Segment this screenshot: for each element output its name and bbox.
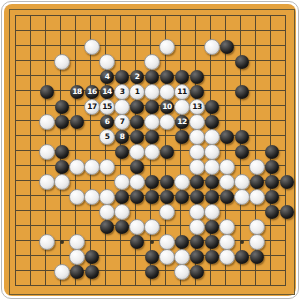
stone-white: [69, 234, 85, 250]
stone-white: [39, 144, 55, 160]
stone-white: [129, 219, 145, 235]
stone-white: [144, 219, 160, 235]
stone-black-move-6: 6: [100, 115, 114, 129]
stone-black: [145, 100, 159, 114]
stone-black: [55, 145, 69, 159]
stone-black-move-8: 8: [115, 130, 129, 144]
stone-black: [145, 250, 159, 264]
stone-white: [159, 234, 175, 250]
goban-frame: 42181614311117151013671258: [1, 1, 299, 299]
stone-white: [129, 174, 145, 190]
stone-white: [219, 159, 235, 175]
stone-black: [85, 250, 99, 264]
stone-white: [204, 129, 220, 145]
stone-black: [190, 250, 204, 264]
stone-black: [115, 190, 129, 204]
stone-black: [190, 175, 204, 189]
stone-black-move-10: 10: [160, 100, 174, 114]
stone-black: [85, 265, 99, 279]
stone-black: [160, 70, 174, 84]
move-number-label: 2: [135, 73, 140, 81]
move-number-label: 3: [120, 88, 125, 96]
stone-white: [114, 99, 130, 115]
move-number-label: 10: [162, 103, 171, 111]
stone-white: [204, 144, 220, 160]
go-board[interactable]: 42181614311117151013671258: [4, 4, 296, 296]
move-number-label: 1: [135, 88, 140, 96]
stone-white: [69, 189, 85, 205]
move-number-label: 15: [102, 103, 111, 111]
stone-white: [219, 249, 235, 265]
stone-black: [205, 235, 219, 249]
stone-white: [189, 144, 205, 160]
stone-white: [159, 114, 175, 130]
stone-white: [189, 159, 205, 175]
stone-white: [219, 234, 235, 250]
stone-black: [160, 145, 174, 159]
move-number-label: 16: [87, 88, 96, 96]
stone-white-move-15: 15: [99, 99, 115, 115]
stone-white: [99, 204, 115, 220]
stone-white-move-17: 17: [84, 99, 100, 115]
stone-white: [204, 159, 220, 175]
stone-white: [159, 84, 175, 100]
stone-white: [159, 249, 175, 265]
stone-black-move-18: 18: [70, 85, 84, 99]
stone-white: [129, 144, 145, 160]
move-number-label: 4: [105, 73, 110, 81]
star-point: [150, 240, 154, 244]
stone-black-move-2: 2: [130, 70, 144, 84]
stone-white: [99, 189, 115, 205]
stone-black: [130, 100, 144, 114]
stone-white: [144, 84, 160, 100]
stone-white: [174, 99, 190, 115]
stone-black: [265, 205, 279, 219]
stone-white-move-7: 7: [114, 114, 130, 130]
stone-white: [204, 39, 220, 55]
stone-black: [250, 175, 264, 189]
stone-black: [145, 175, 159, 189]
stone-white: [159, 39, 175, 55]
stone-black: [175, 235, 189, 249]
stone-black: [190, 70, 204, 84]
move-number-label: 11: [177, 88, 186, 96]
stone-black: [130, 235, 144, 249]
stone-black: [220, 40, 234, 54]
move-number-label: 18: [72, 88, 81, 96]
stone-black: [70, 115, 84, 129]
stone-black: [115, 70, 129, 84]
stone-black: [235, 55, 249, 69]
stone-black-move-4: 4: [100, 70, 114, 84]
stone-black: [115, 145, 129, 159]
stone-white: [189, 129, 205, 145]
stone-black: [130, 130, 144, 144]
stone-black: [160, 175, 174, 189]
stone-white-move-1: 1: [129, 84, 145, 100]
stone-white: [84, 189, 100, 205]
stone-black: [280, 205, 294, 219]
stone-black: [265, 160, 279, 174]
screenshot-stage: 42181614311117151013671258: [0, 0, 300, 300]
stone-white: [159, 204, 175, 220]
stone-white: [144, 54, 160, 70]
stone-white: [39, 234, 55, 250]
stone-white: [234, 174, 250, 190]
stone-white: [219, 174, 235, 190]
move-number-label: 14: [102, 88, 111, 96]
stone-black: [235, 130, 249, 144]
stone-black: [235, 250, 249, 264]
stone-white: [174, 264, 190, 280]
stone-white: [249, 159, 265, 175]
stone-white: [54, 54, 70, 70]
stone-white: [249, 219, 265, 235]
stone-black: [175, 190, 189, 204]
stone-white-move-5: 5: [99, 129, 115, 145]
stone-white: [234, 189, 250, 205]
stone-black: [55, 160, 69, 174]
stone-black: [205, 190, 219, 204]
stone-white-move-3: 3: [114, 84, 130, 100]
stone-black: [280, 175, 294, 189]
stone-white: [84, 39, 100, 55]
stone-black: [205, 175, 219, 189]
stone-black: [205, 115, 219, 129]
stone-white: [189, 219, 205, 235]
stone-white: [174, 174, 190, 190]
stone-white: [144, 114, 160, 130]
stone-black: [265, 190, 279, 204]
stone-black: [130, 190, 144, 204]
stone-white-move-13: 13: [189, 99, 205, 115]
stone-black: [145, 130, 159, 144]
stone-black: [250, 250, 264, 264]
stone-black: [160, 190, 174, 204]
move-number-label: 7: [120, 118, 125, 126]
stone-black: [55, 115, 69, 129]
stone-black: [190, 235, 204, 249]
stone-black: [100, 220, 114, 234]
stone-black: [145, 265, 159, 279]
stone-white: [174, 249, 190, 265]
stone-black: [145, 70, 159, 84]
stone-white: [114, 204, 130, 220]
stone-black: [190, 85, 204, 99]
stone-black: [175, 70, 189, 84]
stone-black-move-14: 14: [100, 85, 114, 99]
stone-white: [39, 114, 55, 130]
stone-black: [205, 250, 219, 264]
stone-white: [249, 234, 265, 250]
stone-black: [205, 220, 219, 234]
stone-white: [189, 114, 205, 130]
stone-black: [220, 190, 234, 204]
move-number-label: 5: [105, 133, 110, 141]
stone-black: [235, 85, 249, 99]
stone-black: [55, 100, 69, 114]
stone-black: [265, 175, 279, 189]
stone-white: [39, 174, 55, 190]
move-number-label: 17: [87, 103, 96, 111]
stone-white: [99, 159, 115, 175]
stone-black: [190, 190, 204, 204]
stone-white-move-11: 11: [174, 84, 190, 100]
stone-black: [205, 100, 219, 114]
stone-white: [144, 144, 160, 160]
move-number-label: 6: [105, 118, 110, 126]
stone-white: [219, 219, 235, 235]
stone-white: [54, 174, 70, 190]
stone-black: [235, 145, 249, 159]
stone-black-move-12: 12: [175, 115, 189, 129]
stone-white: [204, 204, 220, 220]
stone-black: [265, 145, 279, 159]
star-point: [240, 240, 244, 244]
stone-black: [220, 130, 234, 144]
move-number-label: 12: [177, 118, 186, 126]
stone-black: [40, 85, 54, 99]
stone-white: [69, 249, 85, 265]
stone-black: [130, 160, 144, 174]
move-number-label: 13: [192, 103, 201, 111]
stone-black: [130, 115, 144, 129]
stone-white: [99, 54, 115, 70]
stone-black: [145, 190, 159, 204]
star-point: [60, 240, 64, 244]
stone-white: [114, 174, 130, 190]
stone-white: [249, 189, 265, 205]
stone-black-move-16: 16: [85, 85, 99, 99]
move-number-label: 8: [120, 133, 125, 141]
stone-black: [115, 220, 129, 234]
stone-black: [70, 265, 84, 279]
stone-white: [69, 159, 85, 175]
stone-white: [189, 204, 205, 220]
stone-white: [54, 264, 70, 280]
stone-white: [84, 159, 100, 175]
stone-black: [190, 265, 204, 279]
stone-black: [175, 130, 189, 144]
